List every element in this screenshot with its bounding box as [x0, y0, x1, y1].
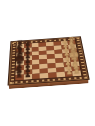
square: ♟	[24, 74, 32, 80]
board-front-edge	[9, 79, 89, 89]
board-squares: ♜♟♟♜♞♟♟♞♝♟♟♝♛♟♟♛♚♟♟♚♝♟♟♝♞♟♟♞♜♟♟♜	[15, 40, 81, 80]
board-tilt-wrapper: ♜♟♟♜♞♟♟♞♝♟♟♝♛♟♟♛♚♟♟♚♝♟♟♝♞♟♟♞♜♟♟♜	[0, 0, 95, 126]
piece-black-pawn: ♟	[17, 71, 39, 80]
piece-white-rook: ♜	[66, 67, 88, 77]
chess-board: ♜♟♟♜♞♟♟♞♝♟♟♝♛♟♟♛♚♟♟♚♝♟♟♝♞♟♟♞♜♟♟♜	[9, 37, 89, 85]
product-photo-canvas: ♜♟♟♜♞♟♟♞♝♟♟♝♛♟♟♛♚♟♟♚♝♟♟♝♞♟♟♞♜♟♟♜	[0, 0, 95, 126]
perspective-scene: ♜♟♟♜♞♟♟♞♝♟♟♝♛♟♟♛♚♟♟♚♝♟♟♝♞♟♟♞♜♟♟♜	[8, 20, 87, 99]
square: ♜	[72, 71, 81, 77]
